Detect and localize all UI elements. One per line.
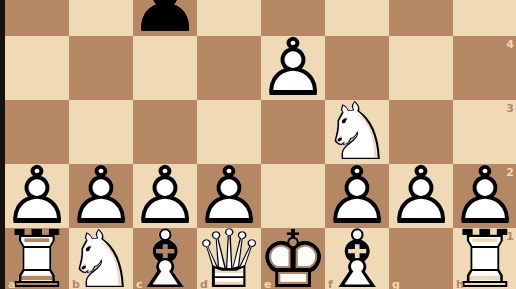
piece-fill: ♟ <box>5 164 69 228</box>
square-a2[interactable]: ♟♙ <box>5 164 69 228</box>
piece-fill: ♜ <box>453 228 516 289</box>
black-pawn-c5[interactable]: ♟♙ <box>133 0 197 36</box>
piece-outline: ♙ <box>197 164 261 228</box>
rank-label-4: 4 <box>506 39 514 50</box>
square-e2[interactable] <box>261 164 325 228</box>
white-bishop-c1[interactable]: ♝♗ <box>133 228 197 289</box>
piece-fill: ♟ <box>453 164 516 228</box>
square-g3[interactable] <box>389 100 453 164</box>
white-rook-h1[interactable]: ♜♖ <box>453 228 516 289</box>
piece-outline: ♙ <box>453 164 516 228</box>
piece-fill: ♝ <box>133 228 197 289</box>
chess-board: ♜♖♞♘♝♗♛♕♚♔♝♗♞♘♜♖8♟♙♟♙♟♙♟♙♟♙♟♙♟♙76♟♙5♟♙4♞… <box>5 0 516 289</box>
white-pawn-e4[interactable]: ♟♙ <box>261 36 325 100</box>
square-c2[interactable]: ♟♙ <box>133 164 197 228</box>
piece-fill: ♝ <box>325 228 389 289</box>
square-g5[interactable] <box>389 0 453 36</box>
square-e1[interactable]: ♚♔e <box>261 228 325 289</box>
piece-fill: ♜ <box>5 228 69 289</box>
piece-outline: ♙ <box>69 164 133 228</box>
piece-fill: ♟ <box>133 0 197 36</box>
white-pawn-c2[interactable]: ♟♙ <box>133 164 197 228</box>
piece-outline: ♗ <box>325 228 389 289</box>
white-knight-f3[interactable]: ♞♘ <box>325 100 389 164</box>
file-label-g: g <box>392 279 400 289</box>
piece-fill: ♚ <box>261 228 325 289</box>
square-d4[interactable] <box>197 36 261 100</box>
square-c3[interactable] <box>133 100 197 164</box>
piece-outline: ♖ <box>453 228 516 289</box>
square-f2[interactable]: ♟♙ <box>325 164 389 228</box>
piece-outline: ♙ <box>325 164 389 228</box>
piece-outline: ♙ <box>133 164 197 228</box>
piece-fill: ♟ <box>261 36 325 100</box>
piece-outline: ♖ <box>5 228 69 289</box>
square-a4[interactable] <box>5 36 69 100</box>
square-e3[interactable] <box>261 100 325 164</box>
square-h2[interactable]: ♟♙2 <box>453 164 516 228</box>
piece-fill: ♟ <box>389 164 453 228</box>
piece-outline: ♙ <box>133 0 197 36</box>
white-pawn-b2[interactable]: ♟♙ <box>69 164 133 228</box>
square-f4[interactable] <box>325 36 389 100</box>
piece-fill: ♟ <box>133 164 197 228</box>
piece-fill: ♞ <box>325 100 389 164</box>
square-f1[interactable]: ♝♗f <box>325 228 389 289</box>
white-pawn-g2[interactable]: ♟♙ <box>389 164 453 228</box>
square-b5[interactable] <box>69 0 133 36</box>
piece-outline: ♘ <box>69 228 133 289</box>
white-pawn-h2[interactable]: ♟♙ <box>453 164 516 228</box>
square-a1[interactable]: ♜♖a <box>5 228 69 289</box>
square-c1[interactable]: ♝♗c <box>133 228 197 289</box>
white-pawn-a2[interactable]: ♟♙ <box>5 164 69 228</box>
white-king-e1[interactable]: ♚♔ <box>261 228 325 289</box>
square-e4[interactable]: ♟♙ <box>261 36 325 100</box>
square-a5[interactable] <box>5 0 69 36</box>
white-bishop-f1[interactable]: ♝♗ <box>325 228 389 289</box>
piece-outline: ♔ <box>261 228 325 289</box>
white-pawn-f2[interactable]: ♟♙ <box>325 164 389 228</box>
square-h5[interactable]: 5 <box>453 0 516 36</box>
square-f3[interactable]: ♞♘ <box>325 100 389 164</box>
white-rook-a1[interactable]: ♜♖ <box>5 228 69 289</box>
square-g1[interactable]: g <box>389 228 453 289</box>
white-queen-d1[interactable]: ♛♕ <box>197 228 261 289</box>
piece-fill: ♞ <box>69 228 133 289</box>
piece-outline: ♕ <box>197 228 261 289</box>
white-knight-b1[interactable]: ♞♘ <box>69 228 133 289</box>
square-d5[interactable] <box>197 0 261 36</box>
piece-outline: ♙ <box>5 164 69 228</box>
square-b3[interactable] <box>69 100 133 164</box>
square-h1[interactable]: ♜♖1h <box>453 228 516 289</box>
square-b1[interactable]: ♞♘b <box>69 228 133 289</box>
piece-outline: ♘ <box>325 100 389 164</box>
square-d1[interactable]: ♛♕d <box>197 228 261 289</box>
square-b2[interactable]: ♟♙ <box>69 164 133 228</box>
square-a3[interactable] <box>5 100 69 164</box>
square-c5[interactable]: ♟♙ <box>133 0 197 36</box>
square-g4[interactable] <box>389 36 453 100</box>
square-d3[interactable] <box>197 100 261 164</box>
square-d2[interactable]: ♟♙ <box>197 164 261 228</box>
square-c4[interactable] <box>133 36 197 100</box>
square-h4[interactable]: 4 <box>453 36 516 100</box>
rank-label-3: 3 <box>506 103 514 114</box>
chess-app-viewport: ♜♖♞♘♝♗♛♕♚♔♝♗♞♘♜♖8♟♙♟♙♟♙♟♙♟♙♟♙♟♙76♟♙5♟♙4♞… <box>0 0 516 289</box>
square-b4[interactable] <box>69 36 133 100</box>
square-g2[interactable]: ♟♙ <box>389 164 453 228</box>
piece-outline: ♙ <box>261 36 325 100</box>
square-h3[interactable]: 3 <box>453 100 516 164</box>
piece-fill: ♟ <box>325 164 389 228</box>
square-f5[interactable] <box>325 0 389 36</box>
piece-fill: ♛ <box>197 228 261 289</box>
piece-fill: ♟ <box>69 164 133 228</box>
white-pawn-d2[interactable]: ♟♙ <box>197 164 261 228</box>
piece-fill: ♟ <box>197 164 261 228</box>
piece-outline: ♙ <box>389 164 453 228</box>
piece-outline: ♗ <box>133 228 197 289</box>
square-e5[interactable] <box>261 0 325 36</box>
